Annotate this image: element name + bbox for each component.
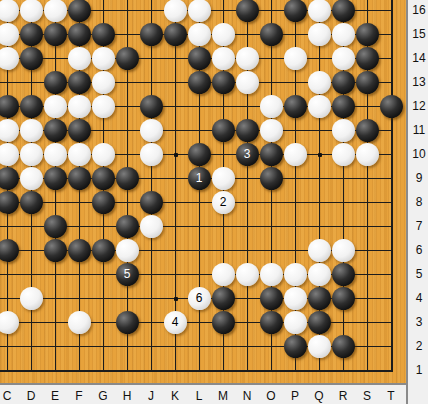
row-label-16: 16: [411, 4, 427, 16]
go-app-window: 312564 16151413121110987654321 CDEFGHJKL…: [0, 0, 428, 404]
grid-line-horizontal: [0, 370, 393, 372]
black-stone-R13: [332, 71, 355, 94]
white-stone-P5: [284, 263, 307, 286]
black-stone-H7: [116, 215, 139, 238]
black-stone-D15: [20, 23, 43, 46]
white-stone-Q16: [308, 0, 331, 22]
column-coordinate-strip: CDEFGHJKLMNOPQRST: [0, 383, 406, 404]
white-stone-E16: [44, 0, 67, 22]
black-stone-E11: [44, 119, 67, 142]
col-label-N: N: [239, 390, 255, 402]
white-stone-Q6: [308, 239, 331, 262]
col-label-P: P: [287, 390, 303, 402]
black-stone-O15: [260, 23, 283, 46]
white-stone-M9: [212, 167, 235, 190]
black-stone-O3: [260, 311, 283, 334]
white-stone-C10: [0, 143, 19, 166]
row-label-13: 13: [411, 76, 427, 88]
col-label-R: R: [335, 390, 351, 402]
white-stone-M15: [212, 23, 235, 46]
black-stone-O9: [260, 167, 283, 190]
black-stone-H5: 5: [116, 263, 139, 286]
col-label-E: E: [47, 390, 63, 402]
go-board[interactable]: 312564: [0, 0, 406, 383]
black-stone-S14: [356, 47, 379, 70]
black-stone-F16: [68, 0, 91, 22]
white-stone-N13: [236, 71, 259, 94]
black-stone-L10: [188, 143, 211, 166]
row-coordinate-strip: 16151413121110987654321: [406, 0, 428, 404]
black-stone-R2: [332, 335, 355, 358]
black-stone-P2: [284, 335, 307, 358]
row-label-9: 9: [411, 172, 427, 184]
move-number-label: 2: [220, 196, 227, 208]
white-stone-F14: [68, 47, 91, 70]
black-stone-C8: [0, 191, 19, 214]
white-stone-J7: [140, 215, 163, 238]
black-stone-Q4: [308, 287, 331, 310]
grid-line-horizontal: [0, 322, 393, 323]
white-stone-P4: [284, 287, 307, 310]
col-label-S: S: [359, 390, 375, 402]
white-stone-F12: [68, 95, 91, 118]
col-label-L: L: [191, 390, 207, 402]
white-stone-Q5: [308, 263, 331, 286]
white-stone-R15: [332, 23, 355, 46]
row-label-14: 14: [411, 52, 427, 64]
white-stone-H6: [116, 239, 139, 262]
black-stone-P16: [284, 0, 307, 22]
star-point: [174, 153, 178, 157]
white-stone-R14: [332, 47, 355, 70]
black-stone-L9: 1: [188, 167, 211, 190]
move-number-label: 1: [196, 172, 203, 184]
black-stone-F11: [68, 119, 91, 142]
move-number-label: 4: [172, 316, 179, 328]
black-stone-D14: [20, 47, 43, 70]
col-label-D: D: [23, 390, 39, 402]
black-stone-R12: [332, 95, 355, 118]
black-stone-R16: [332, 0, 355, 22]
col-label-T: T: [383, 390, 399, 402]
black-stone-C6: [0, 239, 19, 262]
black-stone-N16: [236, 0, 259, 22]
black-stone-E13: [44, 71, 67, 94]
grid-line-vertical: [151, 0, 152, 372]
row-label-8: 8: [411, 196, 427, 208]
black-stone-H9: [116, 167, 139, 190]
white-stone-M8: 2: [212, 191, 235, 214]
black-stone-G8: [92, 191, 115, 214]
white-stone-O11: [260, 119, 283, 142]
row-label-12: 12: [411, 100, 427, 112]
row-label-11: 11: [411, 124, 427, 136]
row-label-6: 6: [411, 244, 427, 256]
black-stone-L14: [188, 47, 211, 70]
white-stone-N5: [236, 263, 259, 286]
col-label-O: O: [263, 390, 279, 402]
white-stone-F10: [68, 143, 91, 166]
white-stone-Q12: [308, 95, 331, 118]
white-stone-C15: [0, 23, 19, 46]
black-stone-T12: [380, 95, 403, 118]
move-number-label: 5: [124, 268, 131, 280]
star-point: [318, 153, 322, 157]
row-label-3: 3: [411, 316, 427, 328]
black-stone-G9: [92, 167, 115, 190]
black-stone-J15: [140, 23, 163, 46]
black-stone-E9: [44, 167, 67, 190]
white-stone-F3: [68, 311, 91, 334]
white-stone-K3: 4: [164, 311, 187, 334]
white-stone-Q13: [308, 71, 331, 94]
white-stone-G12: [92, 95, 115, 118]
white-stone-L16: [188, 0, 211, 22]
white-stone-R11: [332, 119, 355, 142]
black-stone-R4: [332, 287, 355, 310]
black-stone-D8: [20, 191, 43, 214]
black-stone-J12: [140, 95, 163, 118]
white-stone-M14: [212, 47, 235, 70]
black-stone-H3: [116, 311, 139, 334]
white-stone-R6: [332, 239, 355, 262]
black-stone-M13: [212, 71, 235, 94]
white-stone-E12: [44, 95, 67, 118]
black-stone-S13: [356, 71, 379, 94]
black-stone-G6: [92, 239, 115, 262]
row-label-5: 5: [411, 268, 427, 280]
grid-line-horizontal: [0, 202, 393, 203]
white-stone-C3: [0, 311, 19, 334]
black-stone-D12: [20, 95, 43, 118]
white-stone-Q15: [308, 23, 331, 46]
black-stone-E6: [44, 239, 67, 262]
white-stone-C16: [0, 0, 19, 22]
col-label-J: J: [143, 390, 159, 402]
black-stone-F13: [68, 71, 91, 94]
black-stone-C9: [0, 167, 19, 190]
black-stone-F9: [68, 167, 91, 190]
white-stone-G13: [92, 71, 115, 94]
black-stone-G15: [92, 23, 115, 46]
black-stone-C12: [0, 95, 19, 118]
white-stone-J11: [140, 119, 163, 142]
col-label-H: H: [119, 390, 135, 402]
black-stone-S11: [356, 119, 379, 142]
black-stone-R5: [332, 263, 355, 286]
white-stone-P3: [284, 311, 307, 334]
black-stone-J8: [140, 191, 163, 214]
black-stone-N11: [236, 119, 259, 142]
white-stone-N14: [236, 47, 259, 70]
white-stone-J10: [140, 143, 163, 166]
white-stone-C14: [0, 47, 19, 70]
black-stone-O10: [260, 143, 283, 166]
black-stone-F6: [68, 239, 91, 262]
col-label-C: C: [0, 390, 15, 402]
white-stone-R10: [332, 143, 355, 166]
white-stone-O12: [260, 95, 283, 118]
black-stone-O4: [260, 287, 283, 310]
row-label-1: 1: [411, 364, 427, 376]
row-label-15: 15: [411, 28, 427, 40]
black-stone-M11: [212, 119, 235, 142]
black-stone-H14: [116, 47, 139, 70]
black-stone-M3: [212, 311, 235, 334]
black-stone-Q3: [308, 311, 331, 334]
col-label-F: F: [71, 390, 87, 402]
white-stone-D10: [20, 143, 43, 166]
white-stone-C11: [0, 119, 19, 142]
row-label-2: 2: [411, 340, 427, 352]
star-point: [174, 297, 178, 301]
white-stone-D16: [20, 0, 43, 22]
black-stone-K15: [164, 23, 187, 46]
white-stone-Q2: [308, 335, 331, 358]
white-stone-L15: [188, 23, 211, 46]
white-stone-P14: [284, 47, 307, 70]
row-label-10: 10: [411, 148, 427, 160]
row-label-4: 4: [411, 292, 427, 304]
col-label-Q: Q: [311, 390, 327, 402]
white-stone-M5: [212, 263, 235, 286]
row-label-7: 7: [411, 220, 427, 232]
white-stone-S10: [356, 143, 379, 166]
move-number-label: 3: [244, 148, 251, 160]
black-stone-L13: [188, 71, 211, 94]
black-stone-F15: [68, 23, 91, 46]
black-stone-E15: [44, 23, 67, 46]
black-stone-P12: [284, 95, 307, 118]
black-stone-E7: [44, 215, 67, 238]
white-stone-D11: [20, 119, 43, 142]
black-stone-N10: 3: [236, 143, 259, 166]
white-stone-L4: 6: [188, 287, 211, 310]
col-label-G: G: [95, 390, 111, 402]
white-stone-G10: [92, 143, 115, 166]
black-stone-M4: [212, 287, 235, 310]
move-number-label: 6: [196, 292, 203, 304]
white-stone-K16: [164, 0, 187, 22]
white-stone-O5: [260, 263, 283, 286]
white-stone-P10: [284, 143, 307, 166]
col-label-K: K: [167, 390, 183, 402]
black-stone-S15: [356, 23, 379, 46]
grid-line-vertical: [391, 0, 393, 372]
white-stone-D9: [20, 167, 43, 190]
col-label-M: M: [215, 390, 231, 402]
white-stone-E10: [44, 143, 67, 166]
white-stone-G14: [92, 47, 115, 70]
white-stone-D4: [20, 287, 43, 310]
